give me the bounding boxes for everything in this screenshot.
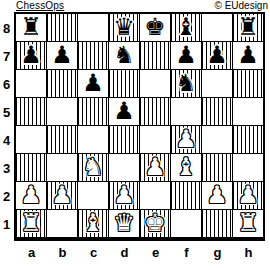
black-bishop-f8[interactable]: ♝ xyxy=(171,14,201,41)
square-a3[interactable] xyxy=(16,154,46,181)
file-label-a: a xyxy=(16,245,47,260)
black-pawn-c6[interactable]: ♟ xyxy=(78,70,108,97)
chessops-diagram-window: ChessOps © EUdesign 87654321 ♜♛♚♝♜♟♟♞♟♟♟… xyxy=(0,0,270,270)
black-pawn-d5[interactable]: ♟ xyxy=(109,98,139,125)
square-f6[interactable]: ♞ xyxy=(171,70,201,97)
white-knight-c3[interactable]: ♞ xyxy=(78,154,108,181)
white-pawn-g2[interactable]: ♟ xyxy=(202,182,232,209)
square-c5[interactable] xyxy=(78,98,108,125)
white-pawn-a2[interactable]: ♟ xyxy=(16,182,46,209)
square-a2[interactable]: ♟ xyxy=(16,182,46,209)
square-d1[interactable]: ♛ xyxy=(109,210,139,237)
white-bishop-c1[interactable]: ♝ xyxy=(78,210,108,237)
square-f5[interactable] xyxy=(171,98,201,125)
square-b8[interactable] xyxy=(47,14,77,41)
square-a6[interactable] xyxy=(16,70,46,97)
white-rook-h1[interactable]: ♜ xyxy=(233,210,263,237)
black-pawn-h7[interactable]: ♟ xyxy=(233,42,263,69)
square-h1[interactable]: ♜ xyxy=(233,210,263,237)
square-b5[interactable] xyxy=(47,98,77,125)
square-g2[interactable]: ♟ xyxy=(202,182,232,209)
square-c7[interactable] xyxy=(78,42,108,69)
black-queen-d8[interactable]: ♛ xyxy=(109,14,139,41)
rank-label-8: 8 xyxy=(0,14,13,42)
rank-label-3: 3 xyxy=(0,154,13,182)
square-a8[interactable]: ♜ xyxy=(16,14,46,41)
black-rook-a8[interactable]: ♜ xyxy=(16,14,46,41)
rank-labels-column: 87654321 xyxy=(0,14,13,238)
rank-label-1: 1 xyxy=(0,210,13,238)
square-f3[interactable]: ♝ xyxy=(171,154,201,181)
file-labels-row: abcdefgh xyxy=(16,245,264,260)
square-e6[interactable] xyxy=(140,70,170,97)
square-f2[interactable] xyxy=(171,182,201,209)
square-e5[interactable] xyxy=(140,98,170,125)
white-king-e1[interactable]: ♚ xyxy=(140,210,170,237)
square-c4[interactable] xyxy=(78,126,108,153)
square-h4[interactable] xyxy=(233,126,263,153)
square-b4[interactable] xyxy=(47,126,77,153)
square-g5[interactable] xyxy=(202,98,232,125)
file-label-c: c xyxy=(78,245,109,260)
square-d3[interactable] xyxy=(109,154,139,181)
square-d5[interactable]: ♟ xyxy=(109,98,139,125)
square-d2[interactable]: ♟ xyxy=(109,182,139,209)
black-pawn-g7[interactable]: ♟ xyxy=(202,42,232,69)
file-label-e: e xyxy=(140,245,171,260)
square-e4[interactable] xyxy=(140,126,170,153)
square-c1[interactable]: ♝ xyxy=(78,210,108,237)
eudesign-credit: © EUdesign xyxy=(214,0,268,11)
white-queen-d1[interactable]: ♛ xyxy=(109,210,139,237)
square-f1[interactable] xyxy=(171,210,201,237)
square-d7[interactable]: ♞ xyxy=(109,42,139,69)
square-b3[interactable] xyxy=(47,154,77,181)
square-g3[interactable] xyxy=(202,154,232,181)
square-e2[interactable] xyxy=(140,182,170,209)
square-e8[interactable]: ♚ xyxy=(140,14,170,41)
square-h5[interactable] xyxy=(233,98,263,125)
square-c3[interactable]: ♞ xyxy=(78,154,108,181)
square-h7[interactable]: ♟ xyxy=(233,42,263,69)
file-label-b: b xyxy=(47,245,78,260)
file-label-g: g xyxy=(202,245,233,260)
square-f4[interactable]: ♟ xyxy=(171,126,201,153)
square-g1[interactable] xyxy=(202,210,232,237)
square-e1[interactable]: ♚ xyxy=(140,210,170,237)
black-rook-h8[interactable]: ♜ xyxy=(233,14,263,41)
black-knight-d7[interactable]: ♞ xyxy=(109,42,139,69)
square-a5[interactable] xyxy=(16,98,46,125)
white-rook-a1[interactable]: ♜ xyxy=(16,210,46,237)
square-g7[interactable]: ♟ xyxy=(202,42,232,69)
white-pawn-b2[interactable]: ♟ xyxy=(47,182,77,209)
rank-label-5: 5 xyxy=(0,98,13,126)
file-label-d: d xyxy=(109,245,140,260)
white-bishop-f3[interactable]: ♝ xyxy=(171,154,201,181)
square-a4[interactable] xyxy=(16,126,46,153)
square-c8[interactable] xyxy=(78,14,108,41)
square-g8[interactable] xyxy=(202,14,232,41)
square-h2[interactable]: ♟ xyxy=(233,182,263,209)
square-f8[interactable]: ♝ xyxy=(171,14,201,41)
rank-label-2: 2 xyxy=(0,182,13,210)
black-king-e8[interactable]: ♚ xyxy=(140,14,170,41)
black-pawn-f7[interactable]: ♟ xyxy=(171,42,201,69)
square-d4[interactable] xyxy=(109,126,139,153)
white-pawn-h2[interactable]: ♟ xyxy=(233,182,263,209)
square-h3[interactable] xyxy=(233,154,263,181)
chess-board: ♜♛♚♝♜♟♟♞♟♟♟♟♞♟♟♞♟♝♟♟♟♟♟♜♝♛♚♜ xyxy=(14,12,265,241)
square-b2[interactable]: ♟ xyxy=(47,182,77,209)
white-pawn-d2[interactable]: ♟ xyxy=(109,182,139,209)
square-d6[interactable] xyxy=(109,70,139,97)
square-h6[interactable] xyxy=(233,70,263,97)
square-c6[interactable]: ♟ xyxy=(78,70,108,97)
square-g4[interactable] xyxy=(202,126,232,153)
rank-label-7: 7 xyxy=(0,42,13,70)
square-c2[interactable] xyxy=(78,182,108,209)
square-b1[interactable] xyxy=(47,210,77,237)
square-a7[interactable]: ♟ xyxy=(16,42,46,69)
square-a1[interactable]: ♜ xyxy=(16,210,46,237)
chessops-title-link[interactable]: ChessOps xyxy=(16,0,64,11)
square-b7[interactable]: ♟ xyxy=(47,42,77,69)
rank-label-4: 4 xyxy=(0,126,13,154)
rank-label-6: 6 xyxy=(0,70,13,98)
white-pawn-e3[interactable]: ♟ xyxy=(140,154,170,181)
square-d8[interactable]: ♛ xyxy=(109,14,139,41)
black-knight-f6[interactable]: ♞ xyxy=(171,70,201,97)
file-label-h: h xyxy=(233,245,264,260)
square-e3[interactable]: ♟ xyxy=(140,154,170,181)
white-pawn-f4[interactable]: ♟ xyxy=(171,126,201,153)
square-h8[interactable]: ♜ xyxy=(233,14,263,41)
black-pawn-b7[interactable]: ♟ xyxy=(47,42,77,69)
square-f7[interactable]: ♟ xyxy=(171,42,201,69)
square-b6[interactable] xyxy=(47,70,77,97)
square-e7[interactable] xyxy=(140,42,170,69)
square-g6[interactable] xyxy=(202,70,232,97)
file-label-f: f xyxy=(171,245,202,260)
black-pawn-a7[interactable]: ♟ xyxy=(16,42,46,69)
